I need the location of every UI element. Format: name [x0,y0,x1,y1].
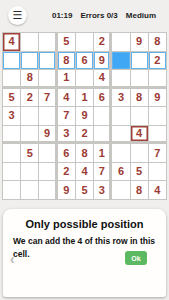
sudoku-cell-r8c1[interactable] [3,163,20,181]
sudoku-cell-r1c4[interactable]: 5 [58,33,75,51]
sudoku-cell-r3c5[interactable] [76,70,93,88]
sudoku-cell-r1c6[interactable]: 2 [94,33,111,51]
sudoku-cell-r4c5[interactable]: 1 [76,89,93,107]
sudoku-cell-r9c6[interactable]: 3 [94,181,111,199]
sudoku-cell-r1c7[interactable] [112,33,129,51]
sudoku-cell-r1c9[interactable]: 8 [149,33,166,51]
sudoku-cell-r6c3[interactable]: 9 [39,126,56,144]
sudoku-cell-r5c4[interactable]: 7 [58,107,75,125]
sudoku-cell-r3c2[interactable]: 8 [21,70,38,88]
sudoku-cell-r5c3[interactable] [39,107,56,125]
sudoku-cell-r6c9[interactable] [149,126,166,144]
sudoku-cell-r6c5[interactable]: 2 [76,126,93,144]
sudoku-cell-r3c4[interactable]: 1 [58,70,75,88]
sudoku-cell-r6c4[interactable]: 3 [58,126,75,144]
sudoku-cell-r2c7[interactable] [112,52,129,70]
sudoku-cell-r8c3[interactable] [39,163,56,181]
sudoku-cell-r7c4[interactable]: 6 [58,144,75,162]
sudoku-cell-r9c7[interactable] [112,181,129,199]
sudoku-cell-r5c9[interactable] [149,107,166,125]
sudoku-cell-r6c1[interactable] [3,126,20,144]
menu-button[interactable]: ☰ [8,6,27,25]
sudoku-cell-r9c1[interactable] [3,181,20,199]
sudoku-cell-r3c7[interactable] [112,70,129,88]
sudoku-cell-r9c9[interactable]: 4 [149,181,166,199]
header-info: 01:19 Errors 0/3 Medium [52,0,156,30]
sudoku-cell-r3c3[interactable] [39,70,56,88]
sudoku-cell-r5c6[interactable] [94,107,111,125]
sudoku-cell-r4c7[interactable]: 3 [112,89,129,107]
sudoku-cell-r2c3[interactable] [39,52,56,70]
ok-button[interactable]: Ok [125,251,147,265]
sudoku-cell-r7c7[interactable] [112,144,129,162]
sudoku-cell-r7c8[interactable] [131,144,148,162]
sudoku-cell-r5c1[interactable]: 3 [3,107,20,125]
sudoku-cell-r2c1[interactable] [3,52,20,70]
sudoku-cell-r5c7[interactable] [112,107,129,125]
sudoku-cell-r2c4[interactable]: 8 [58,52,75,70]
sudoku-cell-r1c8[interactable]: 9 [131,33,148,51]
sudoku-cell-r9c4[interactable]: 9 [58,181,75,199]
hint-title: Only possible position [3,218,166,230]
app-screen: ☰ 01:19 Errors 0/3 Medium 45298869281452… [0,0,169,300]
sudoku-cell-r4c1[interactable]: 5 [3,89,20,107]
errors-counter: Errors 0/3 [80,11,117,20]
sudoku-cell-r1c2[interactable] [21,33,38,51]
sudoku-cell-r1c3[interactable] [39,33,56,51]
sudoku-cell-r9c5[interactable]: 5 [76,181,93,199]
sudoku-cell-r3c6[interactable]: 4 [94,70,111,88]
sudoku-cell-r5c2[interactable] [21,107,38,125]
sudoku-cell-r7c6[interactable]: 1 [94,144,111,162]
hamburger-icon: ☰ [13,10,23,21]
sudoku-cell-r8c9[interactable] [149,163,166,181]
sudoku-cell-r2c6[interactable]: 9 [94,52,111,70]
sudoku-cell-r3c1[interactable] [3,70,20,88]
sudoku-cell-r8c2[interactable] [21,163,38,181]
sudoku-cell-r8c4[interactable]: 2 [58,163,75,181]
sudoku-cell-r5c5[interactable]: 9 [76,107,93,125]
sudoku-cell-r3c9[interactable] [149,70,166,88]
sudoku-cell-r7c1[interactable] [3,144,20,162]
sudoku-cell-r6c6[interactable] [94,126,111,144]
sudoku-cell-r3c8[interactable] [131,70,148,88]
sudoku-cell-r4c2[interactable]: 2 [21,89,38,107]
sudoku-cell-r5c8[interactable] [131,107,148,125]
sudoku-cell-r6c8[interactable]: 4 [131,126,148,144]
sudoku-cell-r9c8[interactable]: 8 [131,181,148,199]
sudoku-cell-r4c6[interactable]: 6 [94,89,111,107]
sudoku-cell-r4c8[interactable]: 8 [131,89,148,107]
sudoku-cell-r9c2[interactable] [21,181,38,199]
sudoku-cell-r4c4[interactable]: 4 [58,89,75,107]
sudoku-cell-r7c3[interactable] [39,144,56,162]
sudoku-cell-r2c5[interactable]: 6 [76,52,93,70]
sudoku-cell-r4c3[interactable]: 7 [39,89,56,107]
sudoku-cell-r8c8[interactable]: 5 [131,163,148,181]
sudoku-cell-r1c1[interactable]: 4 [3,33,20,51]
sudoku-cell-r1c5[interactable] [76,33,93,51]
back-chevron-icon[interactable]: ‹ [10,252,15,266]
hint-card: Only possible position We can add the 4 … [3,209,166,297]
sudoku-cell-r4c9[interactable]: 9 [149,89,166,107]
sudoku-cell-r8c6[interactable]: 7 [94,163,111,181]
sudoku-cell-r7c5[interactable]: 8 [76,144,93,162]
header-bar: ☰ 01:19 Errors 0/3 Medium [0,0,169,30]
sudoku-board: 4529886928145274163893799324568172476595… [2,32,167,200]
sudoku-cell-r7c9[interactable]: 7 [149,144,166,162]
sudoku-cell-r7c2[interactable]: 5 [21,144,38,162]
sudoku-cell-r2c2[interactable] [21,52,38,70]
sudoku-cell-r2c9[interactable]: 2 [149,52,166,70]
sudoku-cell-r2c8[interactable] [131,52,148,70]
sudoku-cell-r6c2[interactable] [21,126,38,144]
sudoku-cell-r6c7[interactable] [112,126,129,144]
timer: 01:19 [52,11,72,20]
sudoku-cell-r8c5[interactable]: 4 [76,163,93,181]
sudoku-cell-r9c3[interactable] [39,181,56,199]
sudoku-cell-r8c7[interactable]: 6 [112,163,129,181]
difficulty-label: Medium [126,11,156,20]
